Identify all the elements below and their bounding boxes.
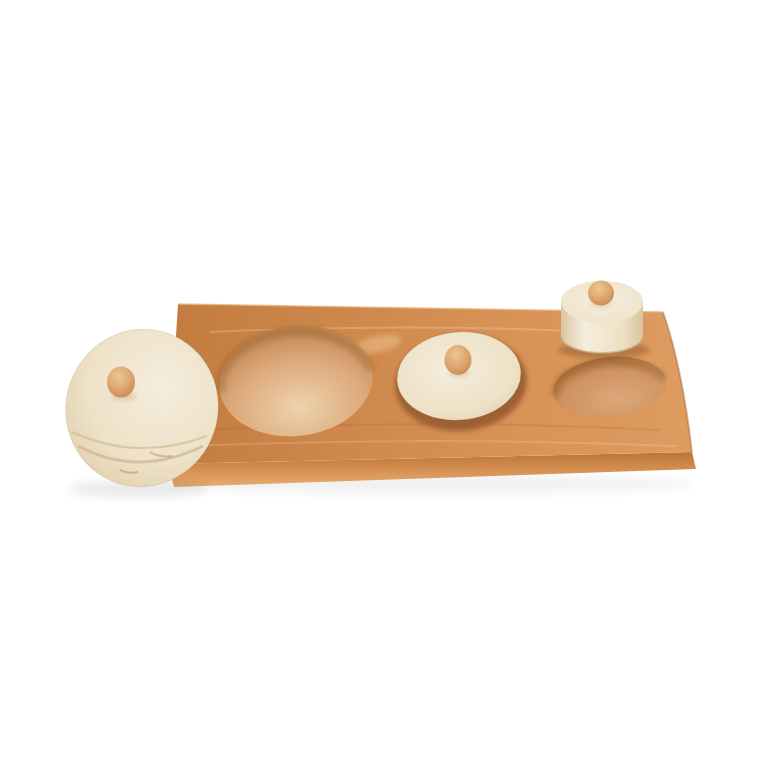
wooden-knob-puzzle-photo — [0, 0, 768, 768]
knob-medium-icon — [445, 345, 472, 375]
piece-small[interactable] — [558, 281, 650, 359]
knob-large-icon — [107, 367, 135, 398]
knob-small-icon — [588, 281, 614, 306]
scene — [0, 0, 768, 768]
